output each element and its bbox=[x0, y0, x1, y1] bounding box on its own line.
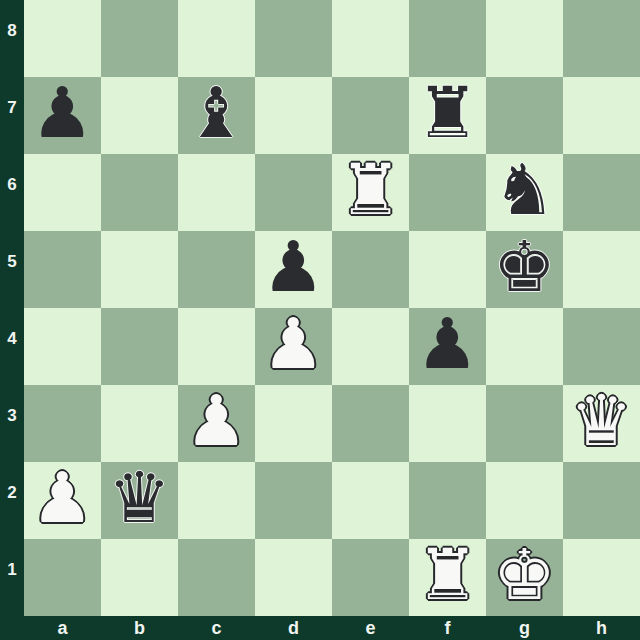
white-pawn[interactable]: ♟ bbox=[24, 459, 101, 536]
square-h1[interactable] bbox=[563, 539, 640, 616]
square-d4[interactable]: ♟ bbox=[255, 308, 332, 385]
square-a6[interactable] bbox=[24, 154, 101, 231]
white-rook[interactable]: ♜ bbox=[332, 151, 409, 228]
square-a4[interactable] bbox=[24, 308, 101, 385]
square-b7[interactable] bbox=[101, 77, 178, 154]
square-c2[interactable] bbox=[178, 462, 255, 539]
file-label-f: f bbox=[409, 616, 486, 640]
square-f1[interactable]: ♜ bbox=[409, 539, 486, 616]
square-d8[interactable] bbox=[255, 0, 332, 77]
square-e2[interactable] bbox=[332, 462, 409, 539]
square-f8[interactable] bbox=[409, 0, 486, 77]
square-g3[interactable] bbox=[486, 385, 563, 462]
white-rook[interactable]: ♜ bbox=[409, 536, 486, 613]
chess-board-window: 87654321 ♟♝♜♜♞♟♚♟♟♟♛♟♛♜♚ abcdefgh bbox=[0, 0, 640, 640]
square-g8[interactable] bbox=[486, 0, 563, 77]
file-label-a: a bbox=[24, 616, 101, 640]
black-queen[interactable]: ♛ bbox=[101, 459, 178, 536]
black-pawn[interactable]: ♟ bbox=[409, 305, 486, 382]
square-h5[interactable] bbox=[563, 231, 640, 308]
square-h4[interactable] bbox=[563, 308, 640, 385]
black-pawn[interactable]: ♟ bbox=[24, 74, 101, 151]
square-f4[interactable]: ♟ bbox=[409, 308, 486, 385]
square-e8[interactable] bbox=[332, 0, 409, 77]
square-f7[interactable]: ♜ bbox=[409, 77, 486, 154]
square-b5[interactable] bbox=[101, 231, 178, 308]
black-king[interactable]: ♚ bbox=[486, 228, 563, 305]
square-h8[interactable] bbox=[563, 0, 640, 77]
square-d2[interactable] bbox=[255, 462, 332, 539]
white-king[interactable]: ♚ bbox=[486, 536, 563, 613]
square-h6[interactable] bbox=[563, 154, 640, 231]
square-b4[interactable] bbox=[101, 308, 178, 385]
square-c8[interactable] bbox=[178, 0, 255, 77]
square-f6[interactable] bbox=[409, 154, 486, 231]
square-g1[interactable]: ♚ bbox=[486, 539, 563, 616]
rank-label-5: 5 bbox=[0, 223, 24, 300]
square-c7[interactable]: ♝ bbox=[178, 77, 255, 154]
file-label-h: h bbox=[563, 616, 640, 640]
square-d1[interactable] bbox=[255, 539, 332, 616]
square-g6[interactable]: ♞ bbox=[486, 154, 563, 231]
square-g7[interactable] bbox=[486, 77, 563, 154]
square-a3[interactable] bbox=[24, 385, 101, 462]
chess-board: ♟♝♜♜♞♟♚♟♟♟♛♟♛♜♚ bbox=[24, 0, 640, 616]
square-c1[interactable] bbox=[178, 539, 255, 616]
rank-label-1: 1 bbox=[0, 531, 24, 608]
square-a5[interactable] bbox=[24, 231, 101, 308]
square-e6[interactable]: ♜ bbox=[332, 154, 409, 231]
square-a1[interactable] bbox=[24, 539, 101, 616]
file-label-g: g bbox=[486, 616, 563, 640]
square-e1[interactable] bbox=[332, 539, 409, 616]
square-d6[interactable] bbox=[255, 154, 332, 231]
file-label-b: b bbox=[101, 616, 178, 640]
square-f5[interactable] bbox=[409, 231, 486, 308]
rank-label-3: 3 bbox=[0, 377, 24, 454]
square-f3[interactable] bbox=[409, 385, 486, 462]
square-g5[interactable]: ♚ bbox=[486, 231, 563, 308]
rank-label-2: 2 bbox=[0, 454, 24, 531]
square-b8[interactable] bbox=[101, 0, 178, 77]
black-rook[interactable]: ♜ bbox=[409, 74, 486, 151]
square-e7[interactable] bbox=[332, 77, 409, 154]
square-h3[interactable]: ♛ bbox=[563, 385, 640, 462]
white-pawn[interactable]: ♟ bbox=[255, 305, 332, 382]
white-queen[interactable]: ♛ bbox=[563, 382, 640, 459]
square-a7[interactable]: ♟ bbox=[24, 77, 101, 154]
rank-label-6: 6 bbox=[0, 146, 24, 223]
square-g4[interactable] bbox=[486, 308, 563, 385]
square-d3[interactable] bbox=[255, 385, 332, 462]
square-d5[interactable]: ♟ bbox=[255, 231, 332, 308]
white-pawn[interactable]: ♟ bbox=[178, 382, 255, 459]
black-pawn[interactable]: ♟ bbox=[255, 228, 332, 305]
square-h7[interactable] bbox=[563, 77, 640, 154]
square-b3[interactable] bbox=[101, 385, 178, 462]
file-label-d: d bbox=[255, 616, 332, 640]
square-d7[interactable] bbox=[255, 77, 332, 154]
square-c5[interactable] bbox=[178, 231, 255, 308]
black-bishop[interactable]: ♝ bbox=[178, 74, 255, 151]
square-e5[interactable] bbox=[332, 231, 409, 308]
rank-label-8: 8 bbox=[0, 0, 24, 69]
black-knight[interactable]: ♞ bbox=[486, 151, 563, 228]
file-label-c: c bbox=[178, 616, 255, 640]
file-label-e: e bbox=[332, 616, 409, 640]
rank-label-7: 7 bbox=[0, 69, 24, 146]
square-f2[interactable] bbox=[409, 462, 486, 539]
square-e3[interactable] bbox=[332, 385, 409, 462]
file-labels: abcdefgh bbox=[24, 616, 640, 640]
square-g2[interactable] bbox=[486, 462, 563, 539]
rank-labels: 87654321 bbox=[0, 0, 24, 616]
square-b1[interactable] bbox=[101, 539, 178, 616]
square-h2[interactable] bbox=[563, 462, 640, 539]
square-b6[interactable] bbox=[101, 154, 178, 231]
square-c3[interactable]: ♟ bbox=[178, 385, 255, 462]
square-c6[interactable] bbox=[178, 154, 255, 231]
square-e4[interactable] bbox=[332, 308, 409, 385]
rank-label-4: 4 bbox=[0, 300, 24, 377]
square-b2[interactable]: ♛ bbox=[101, 462, 178, 539]
square-c4[interactable] bbox=[178, 308, 255, 385]
square-a2[interactable]: ♟ bbox=[24, 462, 101, 539]
square-a8[interactable] bbox=[24, 0, 101, 77]
